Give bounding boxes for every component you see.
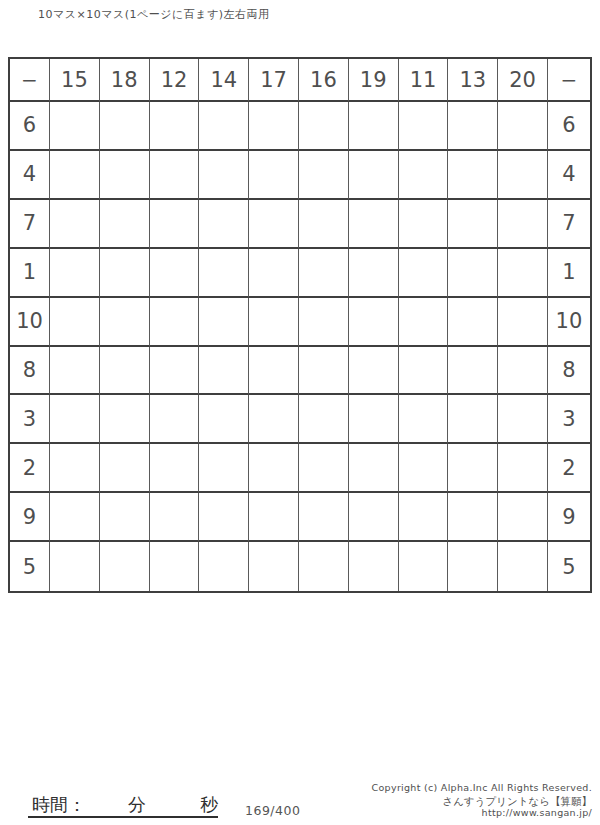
row-label-left-9: 9 bbox=[10, 493, 50, 542]
answer-cell-r10-c7[interactable] bbox=[349, 542, 399, 591]
answer-cell-r10-c4[interactable] bbox=[199, 542, 249, 591]
answer-cell-r7-c1[interactable] bbox=[50, 395, 100, 444]
answer-cell-r2-c8[interactable] bbox=[399, 151, 449, 200]
row-label-left-3: 3 bbox=[10, 395, 50, 444]
answer-cell-r3-c4[interactable] bbox=[199, 200, 249, 249]
row-label-right-5: 5 bbox=[548, 542, 590, 591]
answer-cell-r6-c3[interactable] bbox=[150, 347, 200, 396]
answer-cell-r5-c2[interactable] bbox=[100, 298, 150, 347]
answer-cell-r5-c10[interactable] bbox=[498, 298, 548, 347]
answer-cell-r7-c5[interactable] bbox=[249, 395, 299, 444]
answer-cell-r1-c9[interactable] bbox=[448, 102, 498, 151]
answer-cell-r6-c4[interactable] bbox=[199, 347, 249, 396]
answer-cell-r1-c1[interactable] bbox=[50, 102, 100, 151]
copyright-english: Copyright (c) Alpha.Inc All Rights Reser… bbox=[372, 782, 592, 794]
copyright-url: http://www.sangan.jp/ bbox=[372, 807, 592, 819]
answer-cell-r5-c1[interactable] bbox=[50, 298, 100, 347]
operator-cell-left: − bbox=[10, 59, 50, 102]
answer-cell-r3-c2[interactable] bbox=[100, 200, 150, 249]
answer-cell-r1-c4[interactable] bbox=[199, 102, 249, 151]
row-label-left-4: 4 bbox=[10, 151, 50, 200]
answer-cell-r7-c4[interactable] bbox=[199, 395, 249, 444]
answer-cell-r8-c4[interactable] bbox=[199, 444, 249, 493]
answer-cell-r8-c1[interactable] bbox=[50, 444, 100, 493]
answer-cell-r7-c2[interactable] bbox=[100, 395, 150, 444]
answer-cell-r2-c1[interactable] bbox=[50, 151, 100, 200]
row-label-right-4: 4 bbox=[548, 151, 590, 200]
answer-cell-r6-c7[interactable] bbox=[349, 347, 399, 396]
seconds-label: 秒 bbox=[200, 793, 218, 817]
answer-cell-r10-c8[interactable] bbox=[399, 542, 449, 591]
answer-cell-r5-c3[interactable] bbox=[150, 298, 200, 347]
answer-cell-r9-c2[interactable] bbox=[100, 493, 150, 542]
answer-cell-r2-c3[interactable] bbox=[150, 151, 200, 200]
answer-cell-r5-c6[interactable] bbox=[299, 298, 349, 347]
answer-cell-r2-c5[interactable] bbox=[249, 151, 299, 200]
answer-cell-r5-c7[interactable] bbox=[349, 298, 399, 347]
answer-cell-r7-c9[interactable] bbox=[448, 395, 498, 444]
answer-cell-r3-c10[interactable] bbox=[498, 200, 548, 249]
answer-cell-r8-c8[interactable] bbox=[399, 444, 449, 493]
minutes-label: 分 bbox=[128, 793, 146, 817]
answer-cell-r8-c7[interactable] bbox=[349, 444, 399, 493]
answer-cell-r6-c2[interactable] bbox=[100, 347, 150, 396]
answer-cell-r4-c7[interactable] bbox=[349, 249, 399, 298]
answer-cell-r1-c3[interactable] bbox=[150, 102, 200, 151]
row-label-right-3: 3 bbox=[548, 395, 590, 444]
answer-cell-r2-c2[interactable] bbox=[100, 151, 150, 200]
answer-cell-r7-c8[interactable] bbox=[399, 395, 449, 444]
answer-cell-r2-c10[interactable] bbox=[498, 151, 548, 200]
answer-cell-r9-c10[interactable] bbox=[498, 493, 548, 542]
col-header-cell-12: 12 bbox=[150, 59, 200, 102]
row-label-left-7: 7 bbox=[10, 200, 50, 249]
answer-cell-r4-c4[interactable] bbox=[199, 249, 249, 298]
row-label-right-9: 9 bbox=[548, 493, 590, 542]
answer-cell-r8-c9[interactable] bbox=[448, 444, 498, 493]
answer-cell-r4-c2[interactable] bbox=[100, 249, 150, 298]
row-label-left-2: 2 bbox=[10, 444, 50, 493]
col-header-cell-19: 19 bbox=[349, 59, 399, 102]
answer-cell-r2-c6[interactable] bbox=[299, 151, 349, 200]
answer-cell-r3-c1[interactable] bbox=[50, 200, 100, 249]
answer-cell-r8-c5[interactable] bbox=[249, 444, 299, 493]
answer-cell-r6-c1[interactable] bbox=[50, 347, 100, 396]
col-header-cell-13: 13 bbox=[448, 59, 498, 102]
answer-cell-r10-c3[interactable] bbox=[150, 542, 200, 591]
answer-cell-r7-c7[interactable] bbox=[349, 395, 399, 444]
time-label: 時間： bbox=[32, 793, 86, 817]
answer-cell-r8-c6[interactable] bbox=[299, 444, 349, 493]
answer-cell-r2-c9[interactable] bbox=[448, 151, 498, 200]
answer-cell-r5-c4[interactable] bbox=[199, 298, 249, 347]
answer-cell-r6-c5[interactable] bbox=[249, 347, 299, 396]
row-label-left-5: 5 bbox=[10, 542, 50, 591]
answer-cell-r9-c7[interactable] bbox=[349, 493, 399, 542]
answer-cell-r9-c5[interactable] bbox=[249, 493, 299, 542]
row-label-left-8: 8 bbox=[10, 347, 50, 396]
answer-cell-r2-c4[interactable] bbox=[199, 151, 249, 200]
answer-cell-r10-c9[interactable] bbox=[448, 542, 498, 591]
row-label-right-8: 8 bbox=[548, 347, 590, 396]
answer-cell-r4-c6[interactable] bbox=[299, 249, 349, 298]
answer-cell-r9-c8[interactable] bbox=[399, 493, 449, 542]
col-header-cell-20: 20 bbox=[498, 59, 548, 102]
answer-cell-r9-c4[interactable] bbox=[199, 493, 249, 542]
copyright-block: Copyright (c) Alpha.Inc All Rights Reser… bbox=[372, 782, 592, 819]
answer-cell-r4-c9[interactable] bbox=[448, 249, 498, 298]
answer-cell-r1-c5[interactable] bbox=[249, 102, 299, 151]
col-header-cell-14: 14 bbox=[199, 59, 249, 102]
answer-cell-r1-c7[interactable] bbox=[349, 102, 399, 151]
answer-cell-r10-c5[interactable] bbox=[249, 542, 299, 591]
answer-cell-r10-c10[interactable] bbox=[498, 542, 548, 591]
answer-cell-r3-c3[interactable] bbox=[150, 200, 200, 249]
answer-cell-r9-c1[interactable] bbox=[50, 493, 100, 542]
row-label-right-7: 7 bbox=[548, 200, 590, 249]
answer-cell-r6-c10[interactable] bbox=[498, 347, 548, 396]
sheet-title-note: 10マス×10マス(1ページに百ます)左右両用 bbox=[38, 7, 270, 22]
answer-cell-r4-c10[interactable] bbox=[498, 249, 548, 298]
answer-cell-r7-c6[interactable] bbox=[299, 395, 349, 444]
row-label-left-1: 1 bbox=[10, 249, 50, 298]
col-header-cell-18: 18 bbox=[100, 59, 150, 102]
answer-cell-r9-c6[interactable] bbox=[299, 493, 349, 542]
answer-cell-r10-c1[interactable] bbox=[50, 542, 100, 591]
answer-cell-r5-c9[interactable] bbox=[448, 298, 498, 347]
answer-cell-r8-c10[interactable] bbox=[498, 444, 548, 493]
answer-cell-r3-c9[interactable] bbox=[448, 200, 498, 249]
answer-cell-r6-c9[interactable] bbox=[448, 347, 498, 396]
answer-cell-r1-c6[interactable] bbox=[299, 102, 349, 151]
row-label-right-6: 6 bbox=[548, 102, 590, 151]
copyright-japanese: さんすうプリントなら【算願】 bbox=[372, 795, 592, 807]
time-entry-line[interactable]: 時間： 分 秒 bbox=[28, 792, 218, 818]
answer-cell-r3-c6[interactable] bbox=[299, 200, 349, 249]
row-label-right-10: 10 bbox=[548, 298, 590, 347]
answer-cell-r1-c2[interactable] bbox=[100, 102, 150, 151]
answer-cell-r8-c2[interactable] bbox=[100, 444, 150, 493]
col-header-cell-15: 15 bbox=[50, 59, 100, 102]
answer-cell-r4-c1[interactable] bbox=[50, 249, 100, 298]
operator-cell-right: − bbox=[548, 59, 590, 102]
answer-cell-r2-c7[interactable] bbox=[349, 151, 399, 200]
answer-cell-r6-c8[interactable] bbox=[399, 347, 449, 396]
answer-cell-r4-c5[interactable] bbox=[249, 249, 299, 298]
col-header-cell-17: 17 bbox=[249, 59, 299, 102]
answer-cell-r1-c10[interactable] bbox=[498, 102, 548, 151]
page-counter: 169/400 bbox=[245, 803, 300, 818]
answer-cell-r3-c8[interactable] bbox=[399, 200, 449, 249]
answer-cell-r9-c9[interactable] bbox=[448, 493, 498, 542]
answer-cell-r9-c3[interactable] bbox=[150, 493, 200, 542]
answer-cell-r10-c6[interactable] bbox=[299, 542, 349, 591]
answer-cell-r10-c2[interactable] bbox=[100, 542, 150, 591]
answer-cell-r4-c8[interactable] bbox=[399, 249, 449, 298]
answer-cell-r4-c3[interactable] bbox=[150, 249, 200, 298]
answer-cell-r6-c6[interactable] bbox=[299, 347, 349, 396]
answer-cell-r7-c10[interactable] bbox=[498, 395, 548, 444]
row-label-left-10: 10 bbox=[10, 298, 50, 347]
answer-cell-r5-c5[interactable] bbox=[249, 298, 299, 347]
answer-cell-r5-c8[interactable] bbox=[399, 298, 449, 347]
col-header-cell-16: 16 bbox=[299, 59, 349, 102]
answer-cell-r1-c8[interactable] bbox=[399, 102, 449, 151]
hundred-square-grid: −15181214171619111320−664477111010883322… bbox=[8, 57, 592, 593]
col-header-cell-11: 11 bbox=[399, 59, 449, 102]
row-label-left-6: 6 bbox=[10, 102, 50, 151]
row-label-right-2: 2 bbox=[548, 444, 590, 493]
row-label-right-1: 1 bbox=[548, 249, 590, 298]
answer-cell-r3-c5[interactable] bbox=[249, 200, 299, 249]
answer-cell-r8-c3[interactable] bbox=[150, 444, 200, 493]
answer-cell-r7-c3[interactable] bbox=[150, 395, 200, 444]
answer-cell-r3-c7[interactable] bbox=[349, 200, 399, 249]
